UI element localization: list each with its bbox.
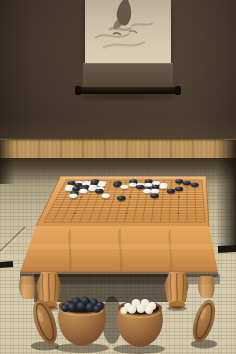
stone-black xyxy=(183,181,191,185)
stone-black xyxy=(175,179,183,183)
go-bowl-white xyxy=(117,299,163,347)
stone-black xyxy=(136,185,144,189)
stone-white xyxy=(144,183,152,187)
lid-right-shadow xyxy=(191,340,217,349)
lid-left-shadow xyxy=(31,342,59,351)
stone-black xyxy=(113,183,121,187)
stone-white xyxy=(98,183,106,187)
stone-black xyxy=(150,193,159,198)
stone-black xyxy=(95,189,103,194)
stone-white xyxy=(64,187,72,191)
photo-scene xyxy=(0,0,236,354)
stone-white xyxy=(143,189,151,194)
tatami-border-left xyxy=(0,261,13,268)
stone-white xyxy=(120,185,128,189)
stone-black xyxy=(175,187,183,191)
stone-white xyxy=(151,189,159,194)
board-leg-back-left xyxy=(19,276,36,299)
stone-white xyxy=(79,189,87,194)
tatami-border-right xyxy=(218,245,236,253)
goban-scene-layer xyxy=(0,0,236,354)
bowl-lid-right xyxy=(188,297,219,345)
stone-black xyxy=(191,183,199,187)
board-leg-back-right xyxy=(198,276,215,298)
stone-white xyxy=(152,181,160,185)
stone-black xyxy=(117,196,126,201)
board-leg-front-right xyxy=(165,272,189,311)
stone-black xyxy=(152,185,160,189)
stone-black xyxy=(167,189,175,194)
stone-white xyxy=(69,193,78,198)
stone-white xyxy=(88,187,96,191)
stone-white xyxy=(129,183,137,187)
go-bowl-black xyxy=(58,296,106,346)
stone-white xyxy=(101,193,110,198)
stone-white xyxy=(159,185,167,189)
